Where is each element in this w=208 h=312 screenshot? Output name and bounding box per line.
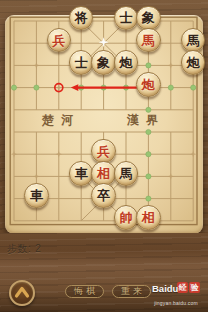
piece-black-士[interactable]: 士: [114, 6, 139, 31]
piece-glyph: 炮: [187, 56, 200, 69]
step-counter: 步数:2: [7, 242, 41, 256]
baidu-url-text: jingyan.baidu.com: [152, 300, 200, 306]
step-counter-label: 步数:: [7, 243, 31, 254]
piece-glyph: 炮: [142, 78, 155, 91]
undo-button[interactable]: 悔棋: [65, 285, 104, 298]
baidu-brand-text: Baidu: [152, 283, 178, 294]
piece-glyph: 馬: [187, 34, 200, 47]
piece-black-馬[interactable]: 馬: [181, 28, 206, 53]
piece-black-炮[interactable]: 炮: [181, 50, 206, 75]
piece-red-相[interactable]: 相: [91, 161, 116, 186]
xiangqi-app: 楚河 漢界 将士象兵馬馬士象炮炮炮兵車相馬車卒帥相 步数:2 悔棋 重来 经 验…: [0, 0, 208, 312]
piece-glyph: 兵: [52, 34, 65, 47]
piece-glyph: 相: [142, 211, 155, 224]
piece-glyph: 卒: [97, 189, 110, 202]
piece-red-馬[interactable]: 馬: [136, 28, 161, 53]
piece-black-車[interactable]: 車: [24, 183, 49, 208]
piece-glyph: 馬: [142, 34, 155, 47]
piece-black-象[interactable]: 象: [91, 50, 116, 75]
piece-glyph: 将: [75, 11, 88, 24]
baidu-watermark: 经 验 Baidu jingyan.baidu.com: [152, 280, 200, 306]
piece-glyph: 帥: [119, 211, 132, 224]
piece-black-馬[interactable]: 馬: [114, 161, 139, 186]
piece-glyph: 士: [75, 56, 88, 69]
seal-jing: 经: [177, 282, 188, 293]
chevron-up-icon: [11, 282, 33, 304]
piece-black-車[interactable]: 車: [69, 161, 94, 186]
expand-button[interactable]: [9, 280, 35, 306]
baidu-seal-icons: 经 验: [177, 282, 200, 293]
piece-glyph: 兵: [97, 145, 110, 158]
piece-black-将[interactable]: 将: [69, 6, 94, 31]
piece-red-相[interactable]: 相: [136, 205, 161, 230]
step-counter-value: 2: [35, 243, 41, 254]
piece-glyph: 車: [75, 167, 88, 180]
piece-black-炮[interactable]: 炮: [114, 50, 139, 75]
piece-glyph: 車: [30, 189, 43, 202]
piece-black-士[interactable]: 士: [69, 50, 94, 75]
piece-glyph: 象: [142, 11, 155, 24]
piece-red-帥[interactable]: 帥: [114, 205, 139, 230]
piece-black-象[interactable]: 象: [136, 6, 161, 31]
pieces-layer: 将士象兵馬馬士象炮炮炮兵車相馬車卒帥相: [3, 10, 205, 232]
seal-yan: 验: [189, 282, 200, 293]
piece-red-兵[interactable]: 兵: [91, 139, 116, 164]
restart-button[interactable]: 重来: [112, 285, 151, 298]
piece-glyph: 馬: [119, 167, 132, 180]
piece-red-炮[interactable]: 炮: [136, 72, 161, 97]
piece-glyph: 相: [97, 167, 110, 180]
piece-glyph: 士: [119, 11, 132, 24]
piece-glyph: 象: [97, 56, 110, 69]
piece-red-兵[interactable]: 兵: [47, 28, 72, 53]
piece-black-卒[interactable]: 卒: [91, 183, 116, 208]
piece-glyph: 炮: [119, 56, 132, 69]
